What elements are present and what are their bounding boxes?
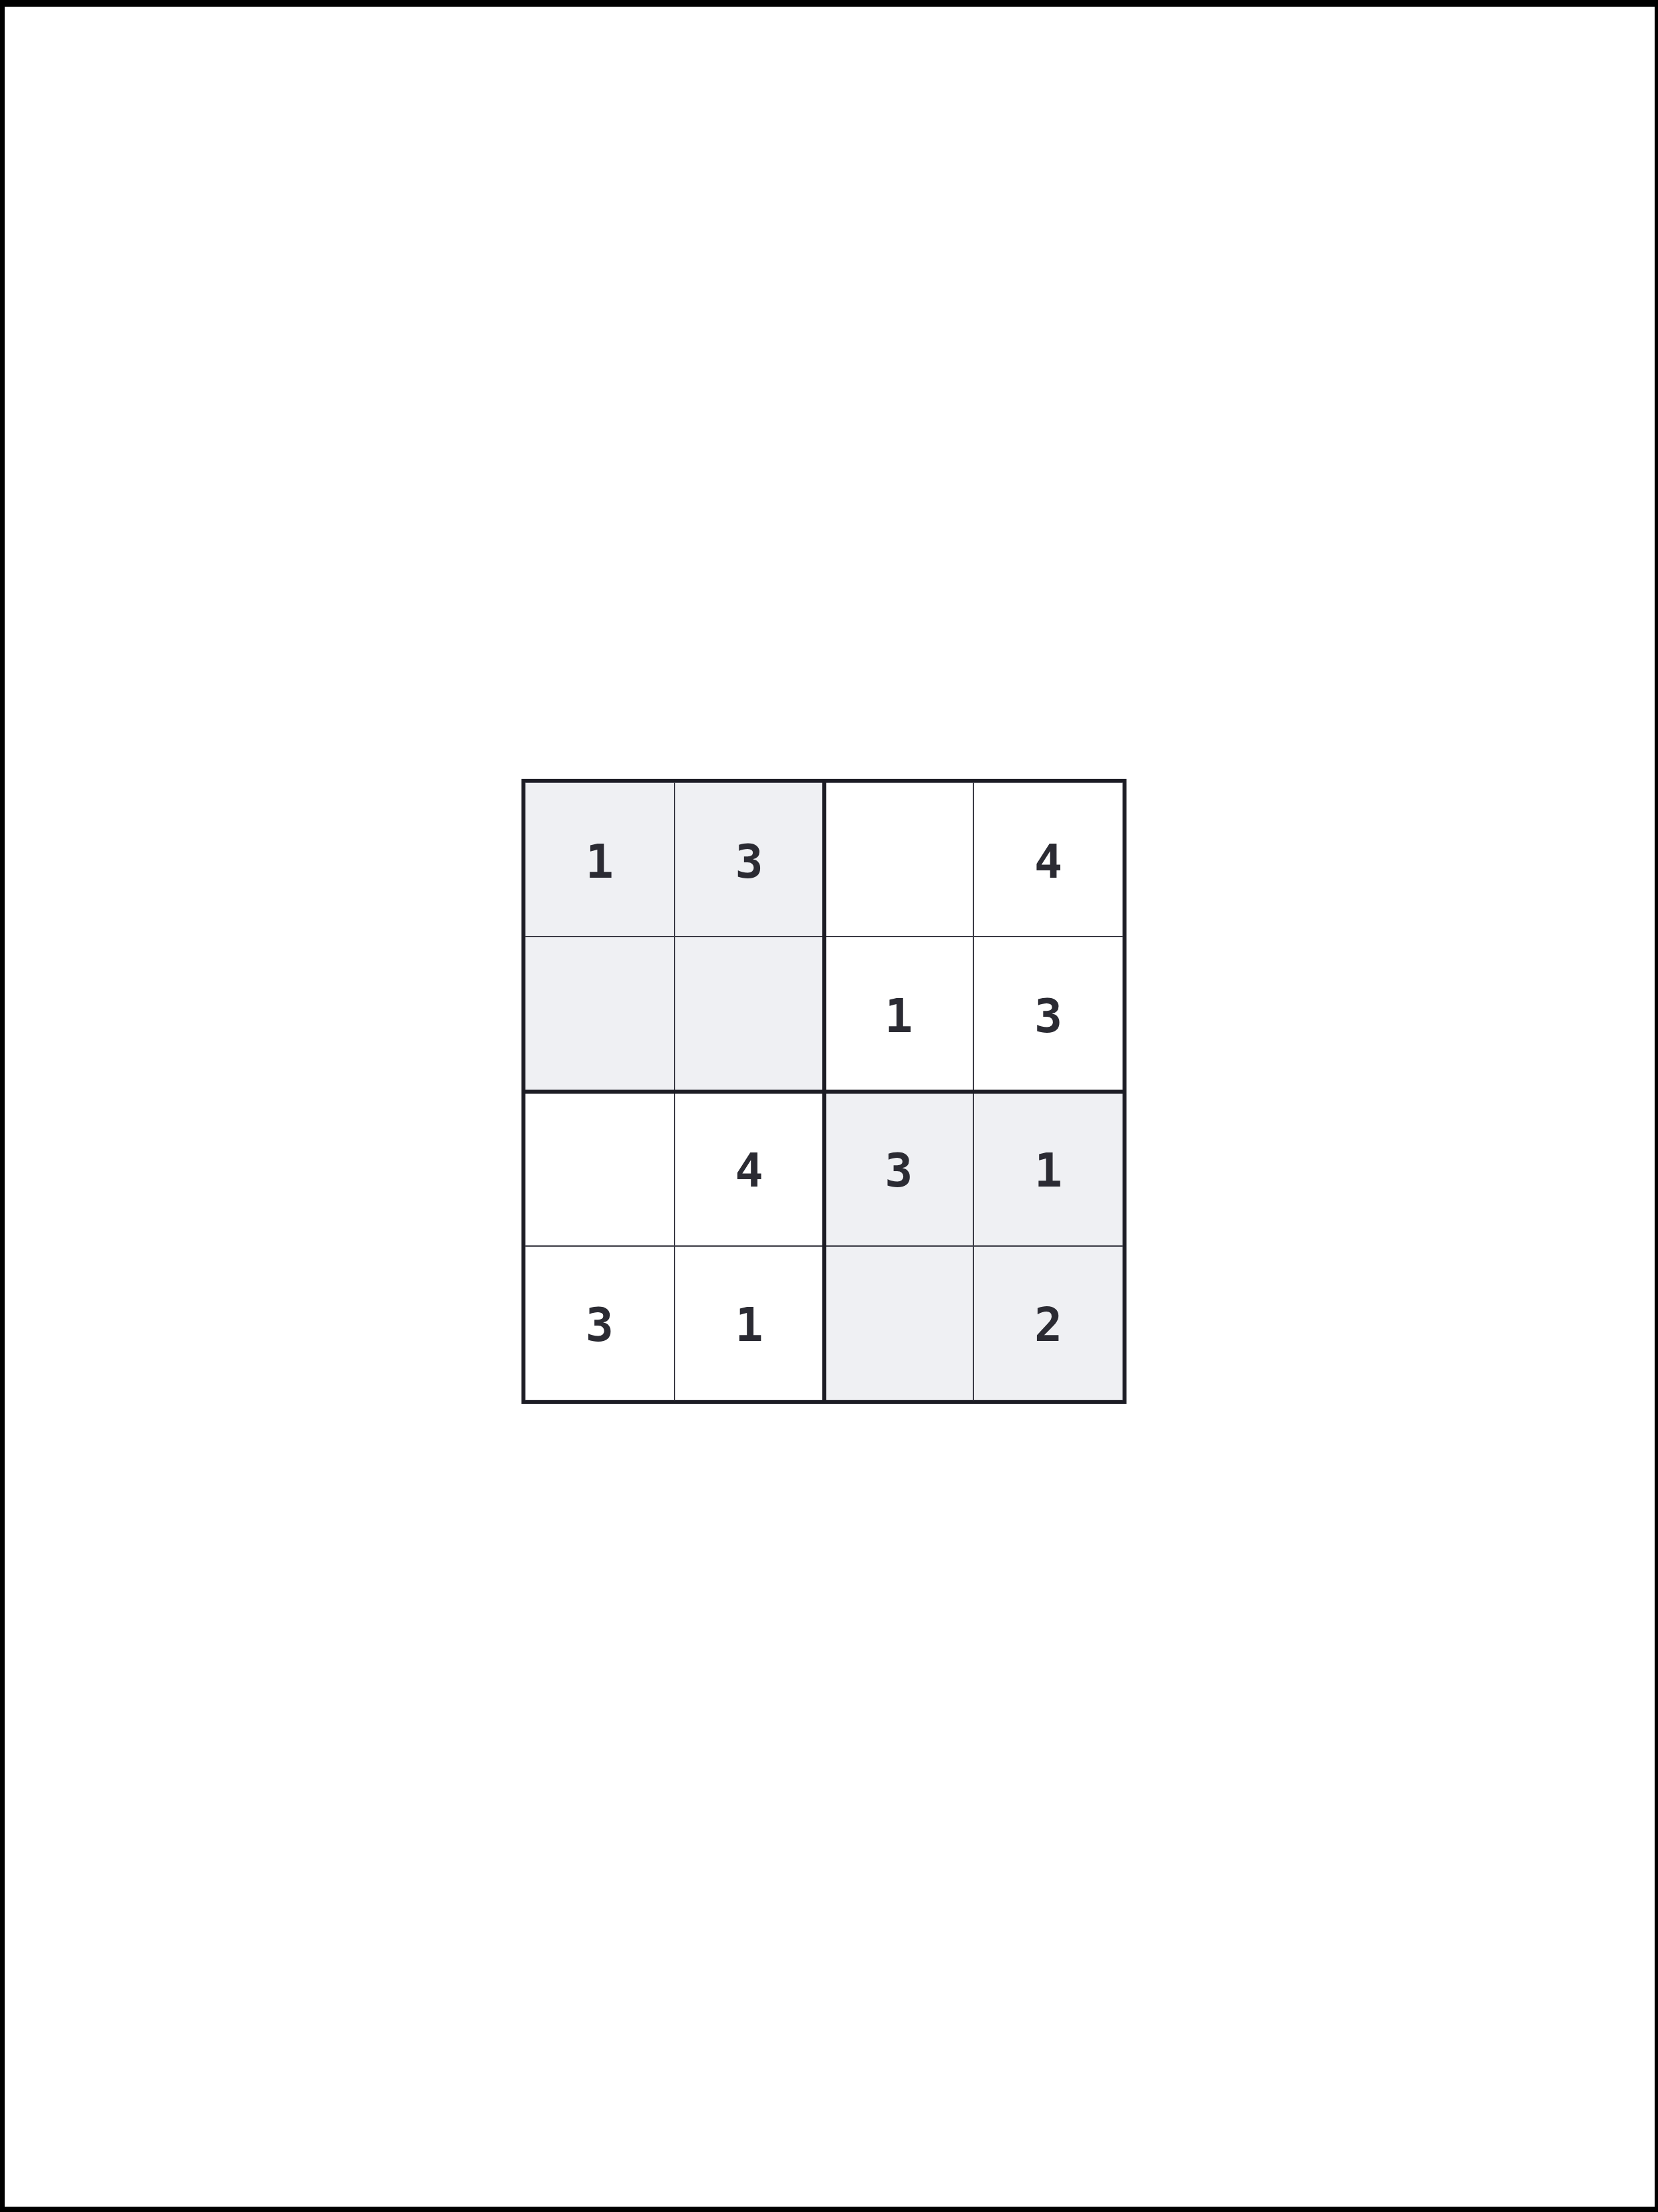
cell-r2c1[interactable] <box>525 937 675 1091</box>
cell-r1c4[interactable]: 4 <box>973 782 1123 937</box>
cell-r1c2[interactable]: 3 <box>675 782 824 937</box>
cell-r4c3[interactable] <box>824 1246 974 1400</box>
cell-r3c2[interactable]: 4 <box>675 1092 824 1246</box>
cell-r3c3[interactable]: 3 <box>824 1092 974 1246</box>
cell-r2c4[interactable]: 3 <box>973 937 1123 1091</box>
cell-r1c3[interactable] <box>824 782 974 937</box>
scanned-page: 1 3 4 1 3 4 3 1 3 1 2 <box>0 0 1658 2212</box>
cell-r2c3[interactable]: 1 <box>824 937 974 1091</box>
cell-r4c2[interactable]: 1 <box>675 1246 824 1400</box>
cell-r4c1[interactable]: 3 <box>525 1246 675 1400</box>
cell-r3c1[interactable] <box>525 1092 675 1246</box>
cell-r4c4[interactable]: 2 <box>973 1246 1123 1400</box>
sudoku-grid: 1 3 4 1 3 4 3 1 3 1 2 <box>521 779 1127 1404</box>
cell-r2c2[interactable] <box>675 937 824 1091</box>
cell-r3c4[interactable]: 1 <box>973 1092 1123 1246</box>
cell-r1c1[interactable]: 1 <box>525 782 675 937</box>
